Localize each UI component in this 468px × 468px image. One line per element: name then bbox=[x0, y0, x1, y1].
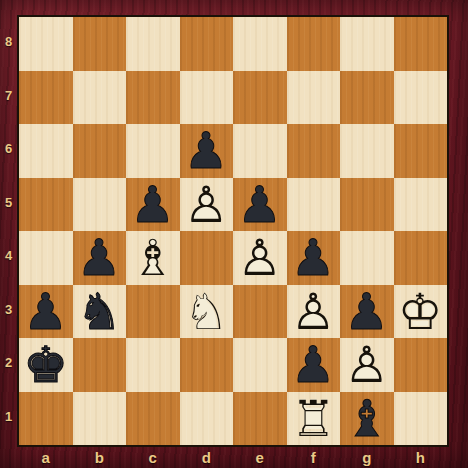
square-a7[interactable] bbox=[19, 71, 73, 125]
square-a8[interactable] bbox=[19, 17, 73, 71]
square-e3[interactable] bbox=[233, 285, 287, 339]
square-d3[interactable]: ♞♘ bbox=[180, 285, 234, 339]
square-a2[interactable]: ♚ bbox=[19, 338, 73, 392]
black-pawn-d6[interactable]: ♟ bbox=[180, 124, 234, 178]
square-b1[interactable] bbox=[73, 392, 127, 446]
white-knight-d3[interactable]: ♞♘ bbox=[180, 285, 234, 339]
square-d2[interactable] bbox=[180, 338, 234, 392]
square-g1[interactable]: ♝ bbox=[340, 392, 394, 446]
rank-label-4: 4 bbox=[0, 229, 17, 283]
rank-label-8: 8 bbox=[0, 15, 17, 69]
square-g4[interactable] bbox=[340, 231, 394, 285]
square-c8[interactable] bbox=[126, 17, 180, 71]
square-f7[interactable] bbox=[287, 71, 341, 125]
king-outline-icon: ♔ bbox=[398, 286, 443, 340]
black-pawn-e5[interactable]: ♟ bbox=[233, 178, 287, 232]
rank-label-5: 5 bbox=[0, 176, 17, 230]
white-pawn-e4[interactable]: ♟♙ bbox=[233, 231, 287, 285]
square-d6[interactable]: ♟ bbox=[180, 124, 234, 178]
square-g8[interactable] bbox=[340, 17, 394, 71]
white-rook-f1[interactable]: ♜♖ bbox=[287, 392, 341, 446]
square-h1[interactable] bbox=[394, 392, 448, 446]
square-h8[interactable] bbox=[394, 17, 448, 71]
rank-label-6: 6 bbox=[0, 122, 17, 176]
square-e4[interactable]: ♟♙ bbox=[233, 231, 287, 285]
square-d8[interactable] bbox=[180, 17, 234, 71]
square-g2[interactable]: ♟♙ bbox=[340, 338, 394, 392]
pawn-icon: ♟ bbox=[77, 232, 122, 286]
pawn-outline-icon: ♙ bbox=[184, 179, 229, 233]
square-e8[interactable] bbox=[233, 17, 287, 71]
king-icon: ♚ bbox=[23, 339, 68, 393]
white-pawn-d5[interactable]: ♟♙ bbox=[180, 178, 234, 232]
file-label-g: g bbox=[340, 447, 394, 468]
square-a3[interactable]: ♟ bbox=[19, 285, 73, 339]
square-a1[interactable] bbox=[19, 392, 73, 446]
bishop-outline-icon: ♗ bbox=[130, 232, 175, 286]
square-f2[interactable]: ♟ bbox=[287, 338, 341, 392]
square-c7[interactable] bbox=[126, 71, 180, 125]
square-d7[interactable] bbox=[180, 71, 234, 125]
black-pawn-f4[interactable]: ♟ bbox=[287, 231, 341, 285]
black-pawn-b4[interactable]: ♟ bbox=[73, 231, 127, 285]
board-frame: ♟♟♟♙♟♟♝♗♟♙♟♟♞♞♘♟♙♟♚♔♚♟♟♙♜♖♝ bbox=[17, 15, 449, 447]
square-h7[interactable] bbox=[394, 71, 448, 125]
square-b5[interactable] bbox=[73, 178, 127, 232]
white-king-h3[interactable]: ♚♔ bbox=[394, 285, 448, 339]
square-e7[interactable] bbox=[233, 71, 287, 125]
square-h4[interactable] bbox=[394, 231, 448, 285]
square-g7[interactable] bbox=[340, 71, 394, 125]
knight-icon: ♞ bbox=[77, 286, 122, 340]
square-h3[interactable]: ♚♔ bbox=[394, 285, 448, 339]
chess-diagram: 87654321 abcdefgh ♟♟♟♙♟♟♝♗♟♙♟♟♞♞♘♟♙♟♚♔♚♟… bbox=[0, 0, 468, 468]
square-c6[interactable] bbox=[126, 124, 180, 178]
square-f4[interactable]: ♟ bbox=[287, 231, 341, 285]
square-e2[interactable] bbox=[233, 338, 287, 392]
chess-board: ♟♟♟♙♟♟♝♗♟♙♟♟♞♞♘♟♙♟♚♔♚♟♟♙♜♖♝ bbox=[19, 17, 447, 445]
knight-outline-icon: ♘ bbox=[184, 286, 229, 340]
pawn-outline-icon: ♙ bbox=[344, 339, 389, 393]
white-pawn-f3[interactable]: ♟♙ bbox=[287, 285, 341, 339]
pawn-icon: ♟ bbox=[23, 286, 68, 340]
black-pawn-c5[interactable]: ♟ bbox=[126, 178, 180, 232]
file-label-a: a bbox=[19, 447, 73, 468]
square-h5[interactable] bbox=[394, 178, 448, 232]
square-g6[interactable] bbox=[340, 124, 394, 178]
pawn-icon: ♟ bbox=[291, 339, 336, 393]
square-d5[interactable]: ♟♙ bbox=[180, 178, 234, 232]
square-c3[interactable] bbox=[126, 285, 180, 339]
square-c5[interactable]: ♟ bbox=[126, 178, 180, 232]
square-f1[interactable]: ♜♖ bbox=[287, 392, 341, 446]
pawn-outline-icon: ♙ bbox=[291, 286, 336, 340]
bishop-icon: ♝ bbox=[344, 393, 389, 447]
square-g5[interactable] bbox=[340, 178, 394, 232]
square-b4[interactable]: ♟ bbox=[73, 231, 127, 285]
file-label-c: c bbox=[126, 447, 180, 468]
black-pawn-a3[interactable]: ♟ bbox=[19, 285, 73, 339]
rank-label-2: 2 bbox=[0, 336, 17, 390]
black-knight-b3[interactable]: ♞ bbox=[73, 285, 127, 339]
file-label-d: d bbox=[180, 447, 234, 468]
pawn-icon: ♟ bbox=[344, 286, 389, 340]
black-bishop-g1[interactable]: ♝ bbox=[340, 392, 394, 446]
square-b3[interactable]: ♞ bbox=[73, 285, 127, 339]
square-b6[interactable] bbox=[73, 124, 127, 178]
square-b2[interactable] bbox=[73, 338, 127, 392]
square-c4[interactable]: ♝♗ bbox=[126, 231, 180, 285]
pawn-icon: ♟ bbox=[291, 232, 336, 286]
square-a6[interactable] bbox=[19, 124, 73, 178]
square-h2[interactable] bbox=[394, 338, 448, 392]
square-g3[interactable]: ♟ bbox=[340, 285, 394, 339]
white-pawn-g2[interactable]: ♟♙ bbox=[340, 338, 394, 392]
black-king-a2[interactable]: ♚ bbox=[19, 338, 73, 392]
pawn-icon: ♟ bbox=[237, 179, 282, 233]
rank-label-1: 1 bbox=[0, 390, 17, 444]
square-e5[interactable]: ♟ bbox=[233, 178, 287, 232]
file-label-b: b bbox=[73, 447, 127, 468]
square-c2[interactable] bbox=[126, 338, 180, 392]
pawn-icon: ♟ bbox=[130, 179, 175, 233]
square-b8[interactable] bbox=[73, 17, 127, 71]
file-label-f: f bbox=[287, 447, 341, 468]
square-f3[interactable]: ♟♙ bbox=[287, 285, 341, 339]
square-b7[interactable] bbox=[73, 71, 127, 125]
rank-label-7: 7 bbox=[0, 69, 17, 123]
square-a4[interactable] bbox=[19, 231, 73, 285]
square-e6[interactable] bbox=[233, 124, 287, 178]
square-d1[interactable] bbox=[180, 392, 234, 446]
square-a5[interactable] bbox=[19, 178, 73, 232]
black-pawn-g3[interactable]: ♟ bbox=[340, 285, 394, 339]
pawn-outline-icon: ♙ bbox=[237, 232, 282, 286]
square-c1[interactable] bbox=[126, 392, 180, 446]
rank-label-3: 3 bbox=[0, 283, 17, 337]
square-d4[interactable] bbox=[180, 231, 234, 285]
square-h6[interactable] bbox=[394, 124, 448, 178]
black-pawn-f2[interactable]: ♟ bbox=[287, 338, 341, 392]
square-f8[interactable] bbox=[287, 17, 341, 71]
file-label-e: e bbox=[233, 447, 287, 468]
white-bishop-c4[interactable]: ♝♗ bbox=[126, 231, 180, 285]
square-e1[interactable] bbox=[233, 392, 287, 446]
square-f6[interactable] bbox=[287, 124, 341, 178]
square-f5[interactable] bbox=[287, 178, 341, 232]
pawn-icon: ♟ bbox=[184, 125, 229, 179]
file-label-h: h bbox=[394, 447, 448, 468]
rook-outline-icon: ♖ bbox=[291, 393, 336, 447]
